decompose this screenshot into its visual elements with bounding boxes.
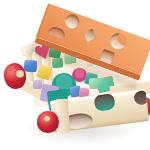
front-cutout-arch-hole: [94, 93, 116, 111]
lid-cutout-square-hole: [100, 49, 115, 64]
block-cube: [36, 64, 52, 80]
axle-peg: [44, 116, 50, 122]
crescent-bite: [116, 31, 129, 47]
lid-cutout-circle-hole: [63, 12, 81, 30]
block-cube: [33, 80, 42, 89]
block-cube: [24, 60, 38, 73]
lid-cutout-crescent-hole: [108, 31, 129, 52]
toy-cart-photo: ♥: [0, 0, 150, 150]
lid-cutout-diamond-hole: [81, 27, 98, 45]
axle-peg: [16, 70, 24, 78]
wheel-front-left: [37, 111, 59, 133]
lid-cutout-semicircle-hole: [47, 25, 66, 39]
